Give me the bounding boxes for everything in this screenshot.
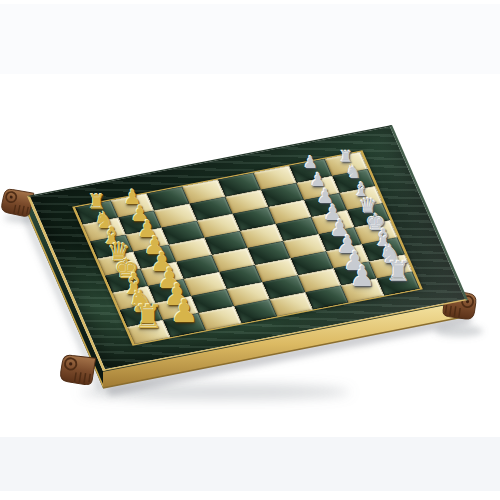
board-grid xyxy=(72,150,423,346)
corner-foot-south xyxy=(59,353,95,385)
cast-shadow-east-foot xyxy=(435,325,483,337)
product-photo: ♜♞♝♛♚♝♞♜♟♟♟♟♟♟♟♟♟♟♟♟♟♟♟♟♜♞♝♛♚♝♞♜ xyxy=(0,0,500,500)
